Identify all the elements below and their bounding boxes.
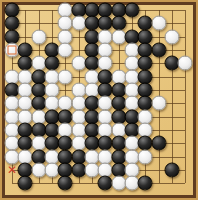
white-stone[interactable] [178, 56, 193, 71]
black-stone[interactable] [18, 176, 33, 191]
grid-line-vertical [185, 10, 186, 183]
white-stone[interactable] [138, 149, 153, 164]
white-stone[interactable] [58, 69, 73, 84]
black-stone[interactable] [151, 136, 166, 151]
go-app-screenshot: ✕ [0, 0, 198, 200]
white-stone[interactable] [151, 16, 166, 31]
last-move-marker [8, 45, 17, 54]
x-annotation-marker: ✕ [7, 164, 18, 175]
white-stone[interactable] [31, 29, 46, 44]
white-stone[interactable] [164, 29, 179, 44]
black-stone[interactable] [58, 176, 73, 191]
go-board[interactable]: ✕ [2, 2, 196, 198]
black-stone[interactable] [138, 176, 153, 191]
black-stone[interactable] [164, 162, 179, 177]
white-stone[interactable] [58, 42, 73, 57]
black-stone[interactable] [151, 42, 166, 57]
white-stone[interactable] [151, 96, 166, 111]
black-stone[interactable] [124, 3, 139, 18]
board-frame: ✕ [0, 0, 198, 200]
